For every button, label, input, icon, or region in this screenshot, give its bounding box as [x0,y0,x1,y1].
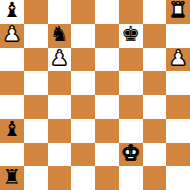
square-d5[interactable] [71,71,95,95]
square-d6[interactable] [71,48,95,72]
square-c4[interactable] [48,95,72,119]
square-g4[interactable] [143,95,167,119]
square-d3[interactable] [71,119,95,143]
black-bishop-a8[interactable]: ♝ [2,0,21,21]
square-h7[interactable] [166,24,190,48]
square-b3[interactable] [24,119,48,143]
black-rook-a1[interactable]: ♜ [2,167,21,188]
square-d8[interactable] [71,0,95,24]
square-c7[interactable]: ♞ [48,24,72,48]
square-h5[interactable] [166,71,190,95]
square-g7[interactable] [143,24,167,48]
square-a2[interactable] [0,143,24,167]
square-b8[interactable] [24,0,48,24]
square-a8[interactable]: ♝ [0,0,24,24]
square-e3[interactable] [95,119,119,143]
square-c2[interactable] [48,143,72,167]
square-a7[interactable]: ♟ [0,24,24,48]
square-g8[interactable] [143,0,167,24]
square-c5[interactable] [48,71,72,95]
square-b5[interactable] [24,71,48,95]
square-b6[interactable] [24,48,48,72]
square-d2[interactable] [71,143,95,167]
square-a5[interactable] [0,71,24,95]
square-d1[interactable] [71,166,95,190]
square-c8[interactable] [48,0,72,24]
white-pawn-a7[interactable]: ♟ [2,24,21,45]
square-f6[interactable] [119,48,143,72]
square-h1[interactable] [166,166,190,190]
square-f1[interactable] [119,166,143,190]
square-g1[interactable] [143,166,167,190]
black-bishop-a3[interactable]: ♝ [2,119,21,140]
square-g2[interactable] [143,143,167,167]
square-f4[interactable] [119,95,143,119]
black-knight-c7[interactable]: ♞ [50,24,69,45]
square-g6[interactable] [143,48,167,72]
square-d4[interactable] [71,95,95,119]
square-g5[interactable] [143,71,167,95]
square-a3[interactable]: ♝ [0,119,24,143]
square-b4[interactable] [24,95,48,119]
square-h4[interactable] [166,95,190,119]
square-h6[interactable]: ♟ [166,48,190,72]
square-e4[interactable] [95,95,119,119]
square-f2[interactable]: ♚ [119,143,143,167]
square-c6[interactable]: ♟ [48,48,72,72]
square-b7[interactable] [24,24,48,48]
square-e2[interactable] [95,143,119,167]
square-a6[interactable] [0,48,24,72]
square-c3[interactable] [48,119,72,143]
square-h8[interactable]: ♜ [166,0,190,24]
square-f7[interactable]: ♚ [119,24,143,48]
square-f5[interactable] [119,71,143,95]
black-king-f7[interactable]: ♚ [121,24,140,45]
square-b2[interactable] [24,143,48,167]
white-rook-h8[interactable]: ♜ [169,0,188,21]
square-b1[interactable] [24,166,48,190]
square-h2[interactable] [166,143,190,167]
square-e8[interactable] [95,0,119,24]
white-king-f2[interactable]: ♚ [121,143,140,164]
square-e1[interactable] [95,166,119,190]
square-f3[interactable] [119,119,143,143]
square-e5[interactable] [95,71,119,95]
square-h3[interactable] [166,119,190,143]
square-g3[interactable] [143,119,167,143]
square-e6[interactable] [95,48,119,72]
square-f8[interactable] [119,0,143,24]
square-a1[interactable]: ♜ [0,166,24,190]
square-c1[interactable] [48,166,72,190]
square-e7[interactable] [95,24,119,48]
square-a4[interactable] [0,95,24,119]
chess-board: ♝♜♟♞♚♟♟♝♚♜ [0,0,190,190]
white-pawn-h6[interactable]: ♟ [169,48,188,69]
square-d7[interactable] [71,24,95,48]
white-pawn-c6[interactable]: ♟ [50,48,69,69]
